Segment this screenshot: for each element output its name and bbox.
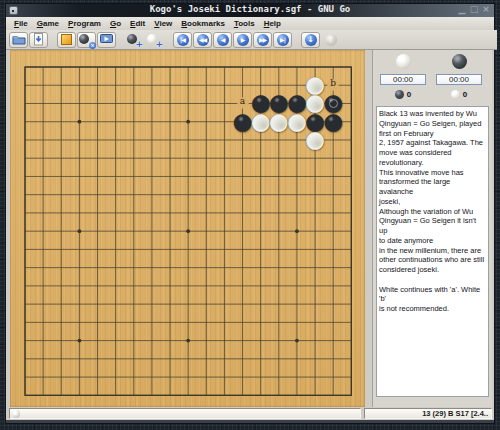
window-bottom-edge (6, 420, 494, 423)
black-captures-row: 0 (451, 90, 467, 99)
nav-forward-button[interactable]: ▶ (233, 32, 252, 48)
black-stone-plus-icon: + (127, 33, 142, 47)
toolbar-group: ↓↑ (301, 32, 341, 48)
variation-up-button: ↑ (321, 32, 340, 48)
menu-tools[interactable]: Tools (234, 19, 255, 28)
toolbar-group (9, 32, 49, 48)
black-stone-N16: ● (233, 112, 253, 132)
add-black-stone-button[interactable]: + (125, 32, 144, 48)
maximize-button[interactable]: □ (468, 4, 480, 17)
black-stone-S16: ● (323, 112, 343, 132)
nav-circle-icon: ▶▶ (257, 34, 269, 46)
close-game-button[interactable]: × (77, 32, 96, 48)
black-captures-count: 0 (407, 90, 411, 99)
captured-black-stone-icon (395, 90, 404, 99)
menu-help[interactable]: Help (264, 19, 281, 28)
black-clock: 00:00 (436, 74, 482, 85)
toolbar: ×++|◀◀◀◀▶▶▶▶|↓↑ (6, 30, 497, 50)
variation-down-button[interactable]: ↓ (301, 32, 320, 48)
new-board-button[interactable] (57, 32, 76, 48)
toolbar-group: ++ (125, 32, 165, 48)
white-stone-plus-icon: + (147, 33, 162, 47)
side-panel: 00:00 0 00:00 0 Black 13 was invented by… (372, 50, 492, 407)
menu-go[interactable]: Go (110, 19, 121, 28)
status-left-cell (9, 408, 361, 419)
players-row: 00:00 0 00:00 0 (373, 50, 492, 99)
go-board[interactable]: ab●●●●●●●●●●●●● (10, 50, 365, 407)
gnugo-window: Kogo's Joseki Dictionary.sgf - GNU Go ▁□… (6, 4, 494, 423)
minimize-button[interactable]: ▁ (456, 4, 468, 17)
monitor-icon (100, 34, 113, 45)
add-white-stone-button[interactable]: + (145, 32, 164, 48)
open-file-button[interactable] (9, 32, 28, 48)
white-captures-count: 0 (463, 90, 467, 99)
panel-splitter[interactable] (365, 50, 372, 407)
save-file-button[interactable] (29, 32, 48, 48)
folder-open-icon (12, 34, 26, 45)
status-stone-icon (12, 410, 20, 418)
white-captures-row: 0 (395, 90, 411, 99)
nav-circle-icon: ↓ (305, 34, 317, 46)
white-player-stone-icon (396, 54, 411, 69)
globe-close-icon: × (79, 33, 94, 47)
menu-bookmarks[interactable]: Bookmarks (181, 19, 225, 28)
nav-back-fast-button[interactable]: ◀◀ (193, 32, 212, 48)
nav-circle-icon: ▶ (237, 34, 249, 46)
menu-file[interactable]: File (14, 19, 28, 28)
titlebar: Kogo's Joseki Dictionary.sgf - GNU Go ▁□… (6, 4, 494, 17)
comment-textarea[interactable]: Black 13 was invented by Wu Qingyuan = G… (376, 106, 489, 397)
nav-forward-fast-button[interactable]: ▶▶ (253, 32, 272, 48)
orange-board-icon (61, 34, 72, 45)
black-player-stone-icon (452, 54, 467, 69)
nav-back-button[interactable]: ◀ (213, 32, 232, 48)
close-button[interactable]: × (480, 4, 492, 17)
board-display-button[interactable] (97, 32, 116, 48)
nav-circle-icon: ◀◀ (197, 34, 209, 46)
nav-circle-icon: |◀ (177, 34, 189, 46)
status-bar: 13 (29) B S17 [2.4.. (6, 407, 494, 420)
nav-circle-icon: ↑ (325, 34, 337, 46)
black-player-column: 00:00 0 (431, 54, 487, 99)
nav-last-button[interactable]: ▶| (273, 32, 292, 48)
white-clock: 00:00 (380, 74, 426, 85)
nav-circle-icon: ▶| (277, 34, 289, 46)
white-stone-Q16: ● (287, 112, 307, 132)
menu-edit[interactable]: Edit (130, 19, 145, 28)
menu-program[interactable]: Program (68, 19, 101, 28)
white-player-column: 00:00 0 (375, 54, 431, 99)
captured-white-stone-icon (451, 90, 460, 99)
white-stone-O16: ● (251, 112, 271, 132)
nav-circle-icon: ◀ (217, 34, 229, 46)
white-stone-R15: ● (305, 130, 325, 150)
toolbar-group: × (57, 32, 117, 48)
menu-bar: FileGameProgramGoEditViewBookmarksToolsH… (6, 17, 494, 30)
white-stone-P16: ● (269, 112, 289, 132)
status-move-info: 13 (29) B S17 [2.4.. (364, 408, 492, 419)
nav-first-button[interactable]: |◀ (173, 32, 192, 48)
menu-view[interactable]: View (154, 19, 172, 28)
window-title: Kogo's Joseki Dictionary.sgf - GNU Go (6, 4, 494, 17)
window-controls: ▁□× (456, 4, 492, 17)
toolbar-group: |◀◀◀◀▶▶▶▶| (173, 32, 293, 48)
menu-game[interactable]: Game (37, 19, 59, 28)
save-icon (33, 33, 44, 46)
